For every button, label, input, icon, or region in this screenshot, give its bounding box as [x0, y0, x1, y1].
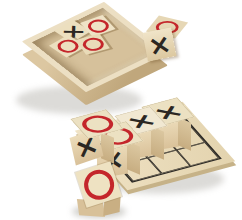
cube-right-face	[101, 132, 114, 163]
cube-right-face	[127, 141, 140, 174]
cube-right-face	[151, 126, 164, 159]
cube-front-face: ×	[142, 27, 176, 61]
scene: × × × × × ×	[0, 0, 242, 220]
loose-cube-o[interactable]	[74, 163, 128, 219]
o-piece	[79, 36, 107, 53]
o-piece	[80, 166, 118, 204]
x-piece: ×	[146, 29, 173, 60]
storage-box[interactable]: × ×	[43, 0, 147, 99]
cube-right-face	[178, 117, 191, 150]
board-cube-o-left[interactable]: ×	[75, 104, 123, 164]
o-piece	[83, 17, 112, 35]
box-cube-tilted[interactable]: ×	[141, 9, 187, 63]
o-piece	[76, 113, 117, 136]
